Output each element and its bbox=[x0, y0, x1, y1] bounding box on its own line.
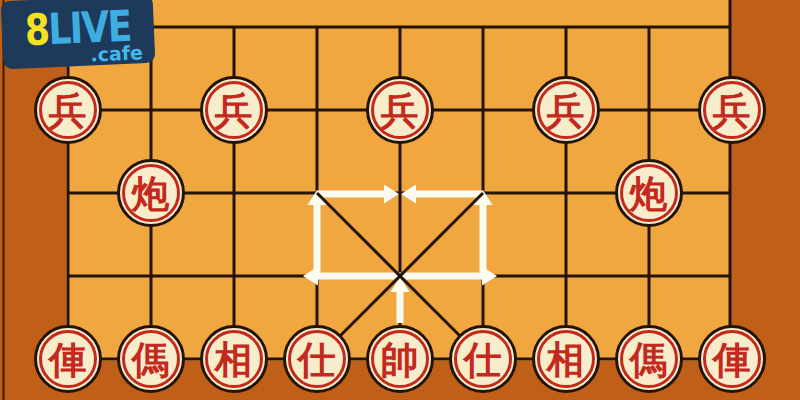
piece-character: 俥 bbox=[49, 341, 87, 379]
piece-red-cannon[interactable]: 炮 bbox=[615, 159, 683, 227]
piece-red-soldier[interactable]: 兵 bbox=[34, 76, 102, 144]
piece-red-advisor[interactable]: 仕 bbox=[449, 325, 517, 393]
xiangqi-board-screenshot: 兵兵兵兵兵炮炮俥傌相仕帥仕相傌俥 8LIVE .cafe bbox=[0, 0, 800, 400]
piece-character: 炮 bbox=[630, 175, 668, 213]
piece-character: 兵 bbox=[713, 92, 751, 130]
logo-eight: 8 bbox=[24, 4, 50, 55]
logo-suffix: .cafe bbox=[90, 41, 143, 65]
piece-character: 相 bbox=[215, 341, 253, 379]
piece-red-elephant[interactable]: 相 bbox=[200, 325, 268, 393]
piece-red-soldier[interactable]: 兵 bbox=[532, 76, 600, 144]
piece-character: 兵 bbox=[49, 92, 87, 130]
piece-character: 兵 bbox=[381, 92, 419, 130]
piece-character: 仕 bbox=[464, 341, 502, 379]
piece-red-horse[interactable]: 傌 bbox=[615, 325, 683, 393]
piece-character: 仕 bbox=[298, 341, 336, 379]
piece-red-soldier[interactable]: 兵 bbox=[698, 76, 766, 144]
piece-character: 兵 bbox=[215, 92, 253, 130]
piece-red-general[interactable]: 帥 bbox=[366, 325, 434, 393]
piece-red-chariot[interactable]: 俥 bbox=[34, 325, 102, 393]
piece-character: 傌 bbox=[132, 341, 170, 379]
piece-character: 帥 bbox=[381, 341, 419, 379]
piece-red-horse[interactable]: 傌 bbox=[117, 325, 185, 393]
piece-red-soldier[interactable]: 兵 bbox=[366, 76, 434, 144]
piece-red-advisor[interactable]: 仕 bbox=[283, 325, 351, 393]
piece-red-cannon[interactable]: 炮 bbox=[117, 159, 185, 227]
brand-logo: 8LIVE .cafe bbox=[1, 0, 156, 69]
piece-character: 兵 bbox=[547, 92, 585, 130]
piece-character: 傌 bbox=[630, 341, 668, 379]
piece-character: 相 bbox=[547, 341, 585, 379]
piece-character: 炮 bbox=[132, 175, 170, 213]
piece-red-chariot[interactable]: 俥 bbox=[698, 325, 766, 393]
piece-red-elephant[interactable]: 相 bbox=[532, 325, 600, 393]
piece-red-soldier[interactable]: 兵 bbox=[200, 76, 268, 144]
piece-character: 俥 bbox=[713, 341, 751, 379]
